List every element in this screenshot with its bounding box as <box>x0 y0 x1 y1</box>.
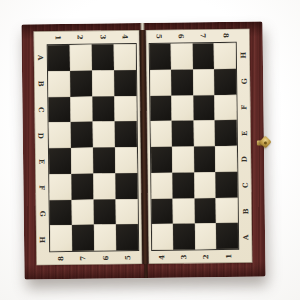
square-B7[interactable] <box>193 69 215 95</box>
square-C6[interactable] <box>171 95 193 121</box>
square-F7[interactable] <box>194 172 216 198</box>
square-E5[interactable] <box>150 147 172 173</box>
square-D6[interactable] <box>172 121 194 147</box>
board-half-right: 5678 HGFEDCBA 4321 <box>145 29 252 264</box>
square-C3[interactable] <box>92 96 114 122</box>
square-G5[interactable] <box>151 198 173 224</box>
square-H4[interactable] <box>116 224 138 250</box>
rank-labels-right-E: E <box>238 120 251 146</box>
square-G8[interactable] <box>216 197 238 223</box>
file-labels-top-left-3: 3 <box>91 30 114 43</box>
square-D8[interactable] <box>215 120 237 146</box>
rank-labels-right-C: C <box>238 172 251 198</box>
square-E8[interactable] <box>215 146 237 172</box>
square-B5[interactable] <box>150 69 172 95</box>
square-H2[interactable] <box>72 225 94 251</box>
file-labels-bottom-right-3: 3 <box>173 250 195 263</box>
square-D7[interactable] <box>193 120 215 146</box>
rank-labels-left-G: G <box>36 200 49 226</box>
chessboard: 1234 ABCDEFGH 8765 5678 HGFEDCBA 4321 <box>21 22 265 280</box>
square-B1[interactable] <box>48 71 70 97</box>
square-H5[interactable] <box>151 224 173 250</box>
file-labels-bottom-right: 4321 <box>151 250 240 264</box>
file-labels-top-left-1: 1 <box>47 31 70 44</box>
square-C2[interactable] <box>70 96 92 122</box>
fold-seam-top <box>140 23 144 30</box>
square-H3[interactable] <box>94 225 116 251</box>
file-labels-bottom-right-4: 4 <box>151 251 173 264</box>
rank-labels-left-E: E <box>35 148 48 174</box>
square-B2[interactable] <box>70 70 92 96</box>
file-labels-top-left-2: 2 <box>69 31 92 44</box>
rank-labels-right-H: H <box>237 42 250 68</box>
file-labels-top-right-5: 5 <box>148 30 170 43</box>
file-labels-bottom-right-1: 1 <box>217 250 239 263</box>
rank-labels-right-D: D <box>238 146 251 172</box>
square-B3[interactable] <box>92 70 114 96</box>
square-E1[interactable] <box>49 148 71 174</box>
file-labels-bottom-left-5: 5 <box>116 251 139 264</box>
file-labels-top-right: 5678 <box>148 29 237 43</box>
photo-background: 1234 ABCDEFGH 8765 5678 HGFEDCBA 4321 <box>0 0 300 300</box>
square-E2[interactable] <box>71 148 93 174</box>
square-B8[interactable] <box>214 69 236 95</box>
file-labels-top-left-4: 4 <box>114 30 137 43</box>
rank-labels-left-C: C <box>34 96 47 122</box>
fold-seam-bottom <box>144 264 147 278</box>
square-E6[interactable] <box>172 146 194 172</box>
square-A1[interactable] <box>48 45 70 71</box>
square-D4[interactable] <box>114 121 136 147</box>
square-G3[interactable] <box>93 199 115 225</box>
square-C4[interactable] <box>114 96 136 122</box>
square-F5[interactable] <box>151 172 173 198</box>
square-D1[interactable] <box>49 122 71 148</box>
rank-labels-left-H: H <box>36 226 49 252</box>
squares-grid-right <box>148 42 239 251</box>
square-A7[interactable] <box>192 43 214 69</box>
square-E7[interactable] <box>194 146 216 172</box>
clasp-pin <box>264 141 267 144</box>
file-labels-bottom-left-6: 6 <box>94 251 117 264</box>
square-C7[interactable] <box>193 95 215 121</box>
square-A6[interactable] <box>171 43 193 69</box>
file-labels-top-right-8: 8 <box>214 29 236 42</box>
square-A4[interactable] <box>113 44 135 70</box>
square-E4[interactable] <box>115 147 137 173</box>
square-G4[interactable] <box>115 199 137 225</box>
squares-grid-left <box>47 43 139 252</box>
square-H6[interactable] <box>173 224 195 250</box>
square-G2[interactable] <box>71 199 93 225</box>
rank-labels-left-B: B <box>34 70 47 96</box>
square-F1[interactable] <box>49 174 71 200</box>
rank-labels-right-B: B <box>239 198 252 224</box>
square-F6[interactable] <box>172 172 194 198</box>
square-D3[interactable] <box>92 122 114 148</box>
square-F2[interactable] <box>71 173 93 199</box>
square-G1[interactable] <box>50 199 72 225</box>
square-B4[interactable] <box>114 70 136 96</box>
square-C5[interactable] <box>150 95 172 121</box>
rank-labels-left-A: A <box>34 44 47 70</box>
board-half-left: 1234 ABCDEFGH 8765 <box>34 30 142 265</box>
square-H8[interactable] <box>216 223 238 249</box>
file-labels-bottom-left-8: 8 <box>49 252 72 265</box>
rank-labels-left-F: F <box>35 174 48 200</box>
rank-labels-right-F: F <box>237 94 250 120</box>
square-H7[interactable] <box>195 223 217 249</box>
square-D5[interactable] <box>150 121 172 147</box>
square-F3[interactable] <box>93 173 115 199</box>
square-G6[interactable] <box>173 198 195 224</box>
file-labels-top-right-7: 7 <box>192 29 214 42</box>
square-A8[interactable] <box>214 43 236 69</box>
file-labels-top-left: 1234 <box>47 30 137 44</box>
rank-labels-right-A: A <box>239 224 252 250</box>
square-A2[interactable] <box>70 45 92 71</box>
file-labels-bottom-left-7: 7 <box>72 252 95 265</box>
square-H1[interactable] <box>50 225 72 251</box>
brass-clasp <box>257 133 272 151</box>
rank-labels-right: HGFEDCBA <box>237 42 253 250</box>
square-A3[interactable] <box>91 44 113 70</box>
square-C1[interactable] <box>48 96 70 122</box>
square-F4[interactable] <box>115 173 137 199</box>
square-C8[interactable] <box>215 94 237 120</box>
square-D2[interactable] <box>71 122 93 148</box>
rank-labels-left-D: D <box>35 122 48 148</box>
square-G7[interactable] <box>194 198 216 224</box>
file-labels-bottom-right-2: 2 <box>195 250 217 263</box>
file-labels-top-right-6: 6 <box>170 29 192 42</box>
square-F8[interactable] <box>216 172 238 198</box>
square-A5[interactable] <box>149 44 171 70</box>
square-B6[interactable] <box>171 69 193 95</box>
file-labels-bottom-left: 8765 <box>49 251 139 265</box>
square-E3[interactable] <box>93 147 115 173</box>
rank-labels-right-G: G <box>237 68 250 94</box>
